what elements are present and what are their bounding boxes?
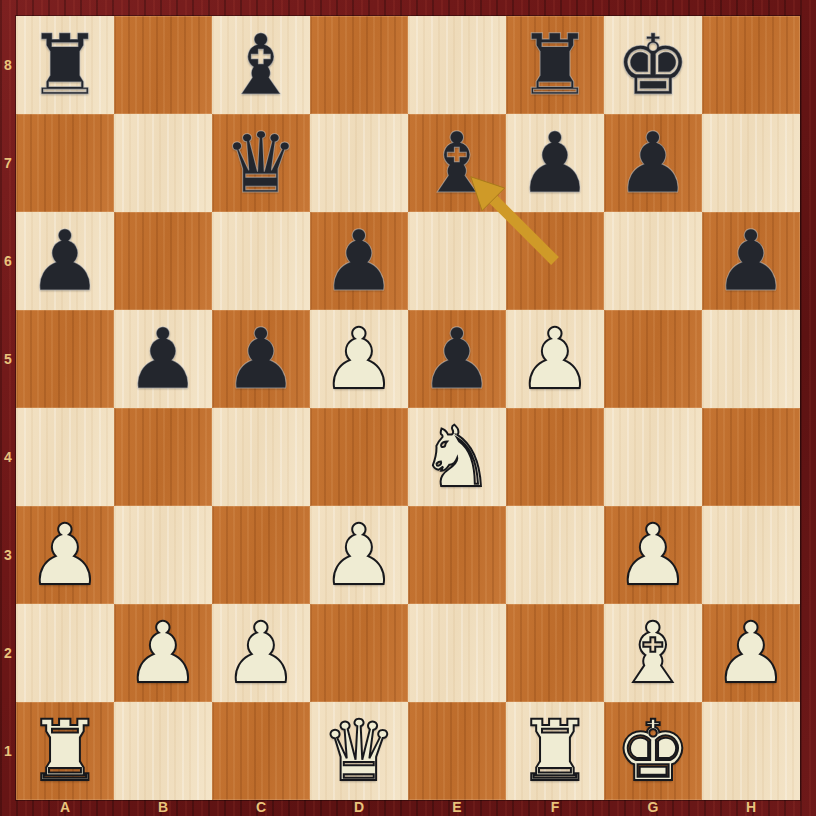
square-a6[interactable]: ♟ — [16, 212, 114, 310]
white-king-icon[interactable]: ♚ — [615, 702, 690, 800]
file-label-b: B — [114, 798, 212, 816]
square-e6[interactable] — [408, 212, 506, 310]
black-king-icon[interactable]: ♚ — [615, 16, 690, 114]
square-c4[interactable] — [212, 408, 310, 506]
black-pawn-icon[interactable]: ♟ — [27, 212, 102, 310]
file-label-a: A — [16, 798, 114, 816]
white-pawn-icon[interactable]: ♟ — [321, 310, 396, 408]
square-d7[interactable] — [310, 114, 408, 212]
square-g8[interactable]: ♚ — [604, 16, 702, 114]
square-h5[interactable] — [702, 310, 800, 408]
file-label-g: G — [604, 798, 702, 816]
white-pawn-icon[interactable]: ♟ — [27, 506, 102, 604]
black-rook-icon[interactable]: ♜ — [27, 16, 102, 114]
square-b7[interactable] — [114, 114, 212, 212]
square-f8[interactable]: ♜ — [506, 16, 604, 114]
file-label-f: F — [506, 798, 604, 816]
file-labels: ABCDEFGH — [16, 798, 800, 816]
square-c1[interactable] — [212, 702, 310, 800]
square-d6[interactable]: ♟ — [310, 212, 408, 310]
rank-labels: 87654321 — [0, 16, 16, 800]
white-queen-icon[interactable]: ♛ — [321, 702, 396, 800]
square-h8[interactable] — [702, 16, 800, 114]
white-rook-icon[interactable]: ♜ — [517, 702, 592, 800]
white-pawn-icon[interactable]: ♟ — [223, 604, 298, 702]
file-label-e: E — [408, 798, 506, 816]
square-e8[interactable] — [408, 16, 506, 114]
black-pawn-icon[interactable]: ♟ — [713, 212, 788, 310]
square-b1[interactable] — [114, 702, 212, 800]
square-c3[interactable] — [212, 506, 310, 604]
square-d2[interactable] — [310, 604, 408, 702]
square-b6[interactable] — [114, 212, 212, 310]
square-e4[interactable]: ♞ — [408, 408, 506, 506]
square-c8[interactable]: ♝ — [212, 16, 310, 114]
square-f1[interactable]: ♜ — [506, 702, 604, 800]
white-pawn-icon[interactable]: ♟ — [713, 604, 788, 702]
white-bishop-icon[interactable]: ♝ — [615, 604, 690, 702]
square-h1[interactable] — [702, 702, 800, 800]
square-g4[interactable] — [604, 408, 702, 506]
rank-label-2: 2 — [0, 604, 16, 702]
black-queen-icon[interactable]: ♛ — [223, 114, 298, 212]
square-b4[interactable] — [114, 408, 212, 506]
black-bishop-icon[interactable]: ♝ — [223, 16, 298, 114]
square-g3[interactable]: ♟ — [604, 506, 702, 604]
white-pawn-icon[interactable]: ♟ — [615, 506, 690, 604]
square-g7[interactable]: ♟ — [604, 114, 702, 212]
rank-label-4: 4 — [0, 408, 16, 506]
white-pawn-icon[interactable]: ♟ — [125, 604, 200, 702]
square-e1[interactable] — [408, 702, 506, 800]
black-pawn-icon[interactable]: ♟ — [419, 310, 494, 408]
square-a2[interactable] — [16, 604, 114, 702]
square-h4[interactable] — [702, 408, 800, 506]
square-h6[interactable]: ♟ — [702, 212, 800, 310]
square-e5[interactable]: ♟ — [408, 310, 506, 408]
rank-label-1: 1 — [0, 702, 16, 800]
board: ♜♝♜♚♛♝♟♟♟♟♟♟♟♟♟♟♞♟♟♟♟♟♝♟♜♛♜♚ — [16, 16, 800, 800]
square-f3[interactable] — [506, 506, 604, 604]
file-label-h: H — [702, 798, 800, 816]
square-d8[interactable] — [310, 16, 408, 114]
black-pawn-icon[interactable]: ♟ — [321, 212, 396, 310]
square-h2[interactable]: ♟ — [702, 604, 800, 702]
square-f5[interactable]: ♟ — [506, 310, 604, 408]
black-pawn-icon[interactable]: ♟ — [517, 114, 592, 212]
rank-label-5: 5 — [0, 310, 16, 408]
black-pawn-icon[interactable]: ♟ — [223, 310, 298, 408]
file-label-c: C — [212, 798, 310, 816]
square-e3[interactable] — [408, 506, 506, 604]
file-label-d: D — [310, 798, 408, 816]
black-rook-icon[interactable]: ♜ — [517, 16, 592, 114]
square-g6[interactable] — [604, 212, 702, 310]
square-c5[interactable]: ♟ — [212, 310, 310, 408]
rank-label-7: 7 — [0, 114, 16, 212]
square-h7[interactable] — [702, 114, 800, 212]
square-f6[interactable] — [506, 212, 604, 310]
white-pawn-icon[interactable]: ♟ — [321, 506, 396, 604]
square-g2[interactable]: ♝ — [604, 604, 702, 702]
white-knight-icon[interactable]: ♞ — [419, 408, 494, 506]
square-c6[interactable] — [212, 212, 310, 310]
square-h3[interactable] — [702, 506, 800, 604]
square-g5[interactable] — [604, 310, 702, 408]
square-c7[interactable]: ♛ — [212, 114, 310, 212]
rank-label-8: 8 — [0, 16, 16, 114]
square-b3[interactable] — [114, 506, 212, 604]
square-a3[interactable]: ♟ — [16, 506, 114, 604]
black-bishop-icon[interactable]: ♝ — [419, 114, 494, 212]
square-d3[interactable]: ♟ — [310, 506, 408, 604]
square-a8[interactable]: ♜ — [16, 16, 114, 114]
square-b5[interactable]: ♟ — [114, 310, 212, 408]
square-e2[interactable] — [408, 604, 506, 702]
square-g1[interactable]: ♚ — [604, 702, 702, 800]
square-b2[interactable]: ♟ — [114, 604, 212, 702]
square-d5[interactable]: ♟ — [310, 310, 408, 408]
square-a1[interactable]: ♜ — [16, 702, 114, 800]
rank-label-3: 3 — [0, 506, 16, 604]
square-a7[interactable] — [16, 114, 114, 212]
square-f4[interactable] — [506, 408, 604, 506]
square-f2[interactable] — [506, 604, 604, 702]
rank-label-6: 6 — [0, 212, 16, 310]
square-a5[interactable] — [16, 310, 114, 408]
square-d1[interactable]: ♛ — [310, 702, 408, 800]
white-pawn-icon[interactable]: ♟ — [517, 310, 592, 408]
square-b8[interactable] — [114, 16, 212, 114]
black-pawn-icon[interactable]: ♟ — [125, 310, 200, 408]
square-c2[interactable]: ♟ — [212, 604, 310, 702]
black-pawn-icon[interactable]: ♟ — [615, 114, 690, 212]
chess-board-frame: ♜♝♜♚♛♝♟♟♟♟♟♟♟♟♟♟♞♟♟♟♟♟♝♟♜♛♜♚ 87654321 AB… — [0, 0, 816, 816]
square-e7[interactable]: ♝ — [408, 114, 506, 212]
white-rook-icon[interactable]: ♜ — [27, 702, 102, 800]
square-a4[interactable] — [16, 408, 114, 506]
square-f7[interactable]: ♟ — [506, 114, 604, 212]
square-d4[interactable] — [310, 408, 408, 506]
